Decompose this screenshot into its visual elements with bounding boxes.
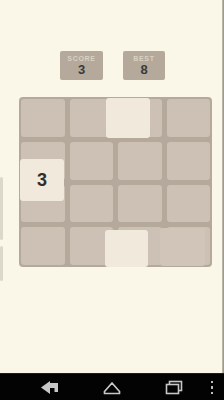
tile-3: 3 bbox=[20, 159, 64, 201]
board-cell bbox=[167, 185, 211, 223]
score-value: 3 bbox=[78, 63, 85, 77]
home-button[interactable] bbox=[96, 374, 128, 400]
back-button[interactable] bbox=[33, 374, 65, 400]
board-cell bbox=[118, 185, 162, 223]
board-cell bbox=[118, 142, 162, 180]
phone-screen: SCORE 3 BEST 8 3 bbox=[0, 0, 224, 400]
overflow-menu-icon bbox=[211, 381, 214, 395]
android-navigation-bar bbox=[0, 373, 224, 400]
tile-blank-top bbox=[106, 98, 150, 138]
scroll-indicator bbox=[0, 177, 3, 240]
board-cell bbox=[21, 227, 65, 265]
tile-blank-bottom bbox=[105, 230, 148, 267]
recents-icon bbox=[165, 380, 183, 395]
overflow-menu-button[interactable] bbox=[203, 374, 221, 400]
board-cell bbox=[70, 185, 114, 223]
board-cell bbox=[70, 142, 114, 180]
recents-button[interactable] bbox=[158, 374, 190, 400]
home-icon bbox=[102, 380, 122, 395]
board-cell bbox=[21, 99, 65, 137]
best-score-box: BEST 8 bbox=[123, 51, 165, 80]
board-cell bbox=[167, 99, 211, 137]
tile-faint bbox=[160, 228, 205, 266]
game-board[interactable]: 3 bbox=[19, 97, 212, 267]
score-box: SCORE 3 bbox=[60, 51, 103, 80]
back-icon bbox=[41, 380, 58, 395]
board-cell bbox=[167, 142, 211, 180]
screen-edge-line bbox=[222, 0, 224, 373]
best-value: 8 bbox=[140, 63, 147, 77]
scroll-indicator bbox=[0, 246, 3, 281]
